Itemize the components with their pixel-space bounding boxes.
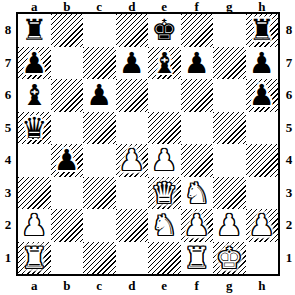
square-g8[interactable]	[213, 14, 246, 47]
square-b8[interactable]	[51, 14, 84, 47]
square-g1[interactable]: ♚	[213, 242, 246, 275]
square-e4[interactable]: ♟	[148, 144, 181, 177]
square-h6[interactable]: ♟	[246, 79, 279, 112]
piece-white-pawn[interactable]: ♟	[249, 209, 275, 241]
square-d8[interactable]	[116, 14, 149, 47]
square-b3[interactable]	[51, 177, 84, 210]
square-h2[interactable]: ♟	[246, 209, 279, 242]
piece-black-pawn[interactable]: ♟	[249, 79, 275, 111]
square-a1[interactable]: ♜	[18, 242, 51, 275]
square-c5[interactable]	[83, 112, 116, 145]
square-a2[interactable]: ♟	[18, 209, 51, 242]
square-d4[interactable]: ♟	[116, 144, 149, 177]
piece-black-king[interactable]: ♚	[151, 14, 177, 46]
square-c6[interactable]: ♟	[83, 79, 116, 112]
square-h5[interactable]	[246, 112, 279, 145]
square-e8[interactable]: ♚	[148, 14, 181, 47]
file-label-bottom-g: g	[213, 277, 246, 295]
rank-label-left-4: 4	[0, 144, 16, 177]
piece-black-rook[interactable]: ♜	[21, 14, 47, 46]
square-b7[interactable]	[51, 47, 84, 80]
file-label-bottom-h: h	[246, 277, 279, 295]
rank-labels-left: 87654321	[0, 14, 16, 274]
file-labels-top: abcdefgh	[18, 0, 278, 12]
square-a7[interactable]: ♟	[18, 47, 51, 80]
piece-white-pawn[interactable]: ♟	[151, 144, 177, 176]
square-f3[interactable]: ♞	[181, 177, 214, 210]
rank-label-right-3: 3	[281, 177, 295, 210]
square-f1[interactable]: ♜	[181, 242, 214, 275]
file-label-bottom-b: b	[51, 277, 84, 295]
square-e2[interactable]: ♞	[148, 209, 181, 242]
rank-label-left-7: 7	[0, 47, 16, 80]
square-e5[interactable]	[148, 112, 181, 145]
square-a5[interactable]: ♛	[18, 112, 51, 145]
square-h1[interactable]	[246, 242, 279, 275]
square-h8[interactable]: ♜	[246, 14, 279, 47]
square-a4[interactable]	[18, 144, 51, 177]
file-label-bottom-d: d	[116, 277, 149, 295]
rank-label-left-5: 5	[0, 112, 16, 145]
rank-label-right-4: 4	[281, 144, 295, 177]
piece-black-pawn[interactable]: ♟	[249, 47, 275, 79]
square-b6[interactable]	[51, 79, 84, 112]
square-h7[interactable]: ♟	[246, 47, 279, 80]
square-e7[interactable]: ♝	[148, 47, 181, 80]
square-c2[interactable]	[83, 209, 116, 242]
chess-board: ♜♚♜♟♟♝♟♟♝♟♟♛♟♟♟♛♞♟♞♟♟♟♜♜♚	[16, 12, 280, 276]
file-label-bottom-c: c	[83, 277, 116, 295]
square-d6[interactable]	[116, 79, 149, 112]
piece-white-knight[interactable]: ♞	[151, 209, 177, 241]
rank-label-right-2: 2	[281, 209, 295, 242]
square-f6[interactable]	[181, 79, 214, 112]
square-g3[interactable]	[213, 177, 246, 210]
square-b2[interactable]	[51, 209, 84, 242]
file-label-bottom-f: f	[181, 277, 214, 295]
square-e6[interactable]	[148, 79, 181, 112]
square-a6[interactable]: ♝	[18, 79, 51, 112]
square-d7[interactable]: ♟	[116, 47, 149, 80]
rank-label-right-7: 7	[281, 47, 295, 80]
square-c1[interactable]	[83, 242, 116, 275]
rank-label-left-1: 1	[0, 242, 16, 275]
rank-label-left-8: 8	[0, 14, 16, 47]
rank-label-right-1: 1	[281, 242, 295, 275]
square-f7[interactable]: ♟	[181, 47, 214, 80]
square-d5[interactable]	[116, 112, 149, 145]
rank-labels-right: 87654321	[281, 14, 295, 274]
file-label-bottom-a: a	[18, 277, 51, 295]
square-b1[interactable]	[51, 242, 84, 275]
piece-white-rook[interactable]: ♜	[21, 242, 47, 274]
square-g2[interactable]: ♟	[213, 209, 246, 242]
square-g7[interactable]	[213, 47, 246, 80]
square-g4[interactable]	[213, 144, 246, 177]
square-d2[interactable]	[116, 209, 149, 242]
piece-black-bishop[interactable]: ♝	[151, 47, 177, 79]
piece-white-rook[interactable]: ♜	[184, 242, 210, 274]
piece-black-bishop[interactable]: ♝	[21, 79, 47, 111]
square-h4[interactable]	[246, 144, 279, 177]
piece-white-queen[interactable]: ♛	[151, 177, 177, 209]
piece-black-rook[interactable]: ♜	[249, 14, 275, 46]
square-c7[interactable]	[83, 47, 116, 80]
square-a3[interactable]	[18, 177, 51, 210]
square-b5[interactable]	[51, 112, 84, 145]
piece-black-pawn[interactable]: ♟	[184, 47, 210, 79]
square-a8[interactable]: ♜	[18, 14, 51, 47]
piece-black-pawn[interactable]: ♟	[86, 79, 112, 111]
piece-black-pawn[interactable]: ♟	[21, 47, 47, 79]
file-label-bottom-e: e	[148, 277, 181, 295]
rank-label-right-8: 8	[281, 14, 295, 47]
piece-black-queen[interactable]: ♛	[21, 112, 47, 144]
square-e1[interactable]	[148, 242, 181, 275]
rank-label-right-5: 5	[281, 112, 295, 145]
square-f5[interactable]	[181, 112, 214, 145]
square-c3[interactable]	[83, 177, 116, 210]
square-e3[interactable]: ♛	[148, 177, 181, 210]
square-c4[interactable]	[83, 144, 116, 177]
square-d3[interactable]	[116, 177, 149, 210]
piece-black-pawn[interactable]: ♟	[119, 47, 145, 79]
square-b4[interactable]: ♟	[51, 144, 84, 177]
piece-white-pawn[interactable]: ♟	[21, 209, 47, 241]
square-d1[interactable]	[116, 242, 149, 275]
rank-label-left-3: 3	[0, 177, 16, 210]
square-f4[interactable]	[181, 144, 214, 177]
square-c8[interactable]	[83, 14, 116, 47]
square-f2[interactable]: ♟	[181, 209, 214, 242]
piece-white-pawn[interactable]: ♟	[119, 144, 145, 176]
square-g6[interactable]	[213, 79, 246, 112]
rank-label-left-6: 6	[0, 79, 16, 112]
square-g5[interactable]	[213, 112, 246, 145]
piece-white-pawn[interactable]: ♟	[216, 209, 242, 241]
chess-diagram: abcdefgh 87654321 ♜♚♜♟♟♝♟♟♝♟♟♛♟♟♟♛♞♟♞♟♟♟…	[0, 0, 295, 295]
rank-label-right-6: 6	[281, 79, 295, 112]
piece-black-pawn[interactable]: ♟	[54, 144, 80, 176]
piece-white-knight[interactable]: ♞	[184, 177, 210, 209]
square-f8[interactable]	[181, 14, 214, 47]
piece-white-king[interactable]: ♚	[216, 242, 242, 274]
rank-label-left-2: 2	[0, 209, 16, 242]
piece-white-pawn[interactable]: ♟	[184, 209, 210, 241]
square-h3[interactable]	[246, 177, 279, 210]
file-labels-bottom: abcdefgh	[18, 277, 278, 295]
